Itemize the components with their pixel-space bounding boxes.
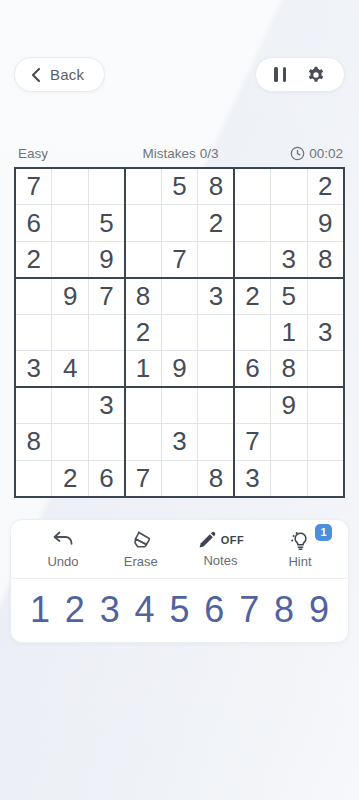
cell-r4c8[interactable]: 5 bbox=[271, 278, 306, 313]
cell-r9c1[interactable] bbox=[16, 461, 51, 496]
notes-icon-row: OFF bbox=[197, 530, 245, 550]
difficulty-label: Easy bbox=[18, 146, 108, 161]
top-bar: Back bbox=[14, 57, 345, 92]
timer: 00:02 bbox=[253, 146, 343, 161]
cell-r9c7[interactable]: 3 bbox=[235, 461, 270, 496]
cell-r1c5[interactable]: 5 bbox=[162, 169, 197, 204]
cell-r8c8[interactable] bbox=[271, 424, 306, 459]
chevron-left-icon bbox=[30, 67, 41, 83]
status-bar: Easy Mistakes 0/3 00:02 bbox=[18, 146, 343, 161]
sudoku-app-screen: Back Easy Mistakes 0/3 bbox=[0, 0, 359, 800]
cell-r3c5[interactable]: 7 bbox=[162, 242, 197, 277]
cell-r4c9[interactable] bbox=[308, 278, 343, 313]
cell-r4c3[interactable]: 7 bbox=[89, 278, 124, 313]
cell-r4c1[interactable] bbox=[16, 278, 51, 313]
cell-r3c6[interactable] bbox=[198, 242, 233, 277]
cell-r9c6[interactable]: 8 bbox=[198, 461, 233, 496]
hint-label: Hint bbox=[288, 554, 311, 569]
notes-label: Notes bbox=[203, 553, 237, 568]
cell-r1c8[interactable] bbox=[271, 169, 306, 204]
cell-r7c1[interactable] bbox=[16, 388, 51, 423]
numpad-8[interactable]: 8 bbox=[272, 592, 296, 628]
cell-r2c1[interactable]: 6 bbox=[16, 205, 51, 240]
cell-r4c7[interactable]: 2 bbox=[235, 278, 270, 313]
cell-r6c5[interactable]: 9 bbox=[162, 351, 197, 386]
cell-r6c2[interactable]: 4 bbox=[52, 351, 87, 386]
cell-r6c7[interactable]: 6 bbox=[235, 351, 270, 386]
cell-r9c8[interactable] bbox=[271, 461, 306, 496]
sudoku-board-frame: 75826529297389783252133419683983726783 bbox=[14, 167, 345, 498]
cell-r7c8[interactable]: 9 bbox=[271, 388, 306, 423]
cell-r5c2[interactable] bbox=[52, 315, 87, 350]
numpad-2[interactable]: 2 bbox=[63, 592, 87, 628]
toolbar: Undo Erase OFF Notes bbox=[11, 520, 348, 579]
cell-r2c3[interactable]: 5 bbox=[89, 205, 124, 240]
cell-r3c8[interactable]: 3 bbox=[271, 242, 306, 277]
undo-icon bbox=[51, 530, 75, 551]
cell-r4c5[interactable] bbox=[162, 278, 197, 313]
notes-state-badge: OFF bbox=[221, 534, 245, 546]
cell-r2c2[interactable] bbox=[52, 205, 87, 240]
numpad-4[interactable]: 4 bbox=[133, 592, 157, 628]
cell-r1c3[interactable] bbox=[89, 169, 124, 204]
numpad-7[interactable]: 7 bbox=[237, 592, 261, 628]
numpad: 123456789 bbox=[11, 578, 348, 642]
undo-button[interactable]: Undo bbox=[41, 530, 85, 569]
pencil-icon bbox=[197, 530, 217, 550]
pause-icon bbox=[274, 67, 286, 82]
numpad-9[interactable]: 9 bbox=[307, 592, 331, 628]
cell-r2c6[interactable]: 2 bbox=[198, 205, 233, 240]
clock-icon bbox=[290, 146, 305, 161]
cell-r8c1[interactable]: 8 bbox=[16, 424, 51, 459]
numpad-6[interactable]: 6 bbox=[202, 592, 226, 628]
cell-r4c6[interactable]: 3 bbox=[198, 278, 233, 313]
cell-r9c5[interactable] bbox=[162, 461, 197, 496]
mistakes-counter: Mistakes 0/3 bbox=[108, 146, 252, 161]
cell-r6c9[interactable] bbox=[308, 351, 343, 386]
cell-r9c3[interactable]: 6 bbox=[89, 461, 124, 496]
cell-r3c2[interactable] bbox=[52, 242, 87, 277]
cell-r7c7[interactable] bbox=[235, 388, 270, 423]
mistakes-label: Mistakes bbox=[143, 146, 196, 161]
erase-button[interactable]: Erase bbox=[119, 530, 163, 569]
cell-r1c9[interactable]: 2 bbox=[308, 169, 343, 204]
cell-r9c2[interactable]: 2 bbox=[52, 461, 87, 496]
undo-label: Undo bbox=[47, 554, 78, 569]
cell-r5c5[interactable] bbox=[162, 315, 197, 350]
hint-button[interactable]: 1 Hint bbox=[278, 530, 322, 569]
eraser-icon bbox=[129, 530, 153, 551]
lightbulb-icon bbox=[289, 530, 311, 551]
cell-r5c6[interactable] bbox=[198, 315, 233, 350]
cell-r8c9[interactable] bbox=[308, 424, 343, 459]
cell-r8c5[interactable]: 3 bbox=[162, 424, 197, 459]
cell-r2c4[interactable] bbox=[125, 205, 160, 240]
cell-r6c6[interactable] bbox=[198, 351, 233, 386]
mistakes-value: 0/3 bbox=[200, 146, 219, 161]
cell-r9c4[interactable]: 7 bbox=[125, 461, 160, 496]
cell-r8c7[interactable]: 7 bbox=[235, 424, 270, 459]
numpad-5[interactable]: 5 bbox=[167, 592, 191, 628]
cell-r5c8[interactable]: 1 bbox=[271, 315, 306, 350]
cell-r5c4[interactable]: 2 bbox=[125, 315, 160, 350]
numpad-1[interactable]: 1 bbox=[28, 592, 52, 628]
cell-r3c1[interactable]: 2 bbox=[16, 242, 51, 277]
cell-r2c7[interactable] bbox=[235, 205, 270, 240]
cell-r4c2[interactable]: 9 bbox=[52, 278, 87, 313]
cell-r8c6[interactable] bbox=[198, 424, 233, 459]
cell-r7c9[interactable] bbox=[308, 388, 343, 423]
cell-r7c6[interactable] bbox=[198, 388, 233, 423]
cell-r8c4[interactable] bbox=[125, 424, 160, 459]
numpad-3[interactable]: 3 bbox=[98, 592, 122, 628]
cell-r1c6[interactable]: 8 bbox=[198, 169, 233, 204]
cell-r8c2[interactable] bbox=[52, 424, 87, 459]
control-panel: Undo Erase OFF Notes bbox=[10, 519, 349, 643]
cell-r8c3[interactable] bbox=[89, 424, 124, 459]
cell-r1c4[interactable] bbox=[125, 169, 160, 204]
timer-value: 00:02 bbox=[309, 146, 343, 161]
cell-r9c9[interactable] bbox=[308, 461, 343, 496]
back-button-label: Back bbox=[50, 66, 84, 83]
cell-r2c5[interactable] bbox=[162, 205, 197, 240]
cell-r6c8[interactable]: 8 bbox=[271, 351, 306, 386]
settings-button[interactable] bbox=[306, 65, 326, 85]
sudoku-board[interactable]: 75826529297389783252133419683983726783 bbox=[16, 169, 343, 496]
pause-button[interactable] bbox=[274, 67, 286, 82]
cell-r1c1[interactable]: 7 bbox=[16, 169, 51, 204]
cell-r5c3[interactable] bbox=[89, 315, 124, 350]
notes-button[interactable]: OFF Notes bbox=[197, 530, 245, 568]
cell-r3c7[interactable] bbox=[235, 242, 270, 277]
hint-count-badge: 1 bbox=[315, 524, 332, 541]
cell-r1c7[interactable] bbox=[235, 169, 270, 204]
cell-r1c2[interactable] bbox=[52, 169, 87, 204]
cell-r3c4[interactable] bbox=[125, 242, 160, 277]
gear-icon bbox=[306, 65, 326, 85]
cell-r5c1[interactable] bbox=[16, 315, 51, 350]
controls-pill bbox=[255, 57, 345, 92]
cell-r5c7[interactable] bbox=[235, 315, 270, 350]
erase-label: Erase bbox=[124, 554, 158, 569]
cell-r5c9[interactable]: 3 bbox=[308, 315, 343, 350]
cell-r7c4[interactable] bbox=[125, 388, 160, 423]
cell-r7c5[interactable] bbox=[162, 388, 197, 423]
cell-r6c3[interactable] bbox=[89, 351, 124, 386]
cell-r4c4[interactable]: 8 bbox=[125, 278, 160, 313]
cell-r2c8[interactable] bbox=[271, 205, 306, 240]
cell-r3c9[interactable]: 8 bbox=[308, 242, 343, 277]
cell-r7c2[interactable] bbox=[52, 388, 87, 423]
cell-r2c9[interactable]: 9 bbox=[308, 205, 343, 240]
cell-r3c3[interactable]: 9 bbox=[89, 242, 124, 277]
cell-r6c4[interactable]: 1 bbox=[125, 351, 160, 386]
cell-r6c1[interactable]: 3 bbox=[16, 351, 51, 386]
back-button[interactable]: Back bbox=[14, 57, 105, 92]
cell-r7c3[interactable]: 3 bbox=[89, 388, 124, 423]
